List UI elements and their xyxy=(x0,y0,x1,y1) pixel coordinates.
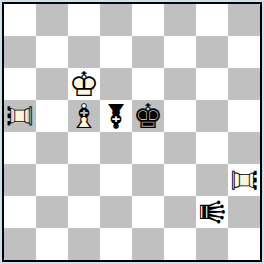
square-h7[interactable] xyxy=(228,36,260,68)
square-a8[interactable] xyxy=(4,4,36,36)
square-b5[interactable] xyxy=(36,100,68,132)
rook-rotated-right-glyph-outline: ♖ xyxy=(228,164,260,196)
square-a4[interactable] xyxy=(4,132,36,164)
square-h8[interactable] xyxy=(228,4,260,36)
square-a6[interactable] xyxy=(4,68,36,100)
piece-black-queen-rotated-right-g2[interactable]: ♛ xyxy=(196,196,228,228)
square-e3[interactable] xyxy=(132,164,164,196)
piece-white-rook-rotated-right-h3[interactable]: ♜♖ xyxy=(228,164,260,196)
square-c4[interactable] xyxy=(68,132,100,164)
square-h6[interactable] xyxy=(228,68,260,100)
square-a3[interactable] xyxy=(4,164,36,196)
square-b1[interactable] xyxy=(36,228,68,260)
square-g1[interactable] xyxy=(196,228,228,260)
square-c5[interactable]: ♝♗ xyxy=(68,100,100,132)
square-h2[interactable] xyxy=(228,196,260,228)
chess-diagram: ♚♔♜♖♝♗♝♚♜♖♛ xyxy=(0,0,264,264)
square-e4[interactable] xyxy=(132,132,164,164)
square-f4[interactable] xyxy=(164,132,196,164)
board-frame: ♚♔♜♖♝♗♝♚♜♖♛ xyxy=(2,2,262,262)
square-f7[interactable] xyxy=(164,36,196,68)
square-c2[interactable] xyxy=(68,196,100,228)
square-a7[interactable] xyxy=(4,36,36,68)
square-c8[interactable] xyxy=(68,4,100,36)
square-f3[interactable] xyxy=(164,164,196,196)
bishop-glyph-outline: ♗ xyxy=(68,100,100,132)
square-g6[interactable] xyxy=(196,68,228,100)
square-e2[interactable] xyxy=(132,196,164,228)
square-c3[interactable] xyxy=(68,164,100,196)
square-h4[interactable] xyxy=(228,132,260,164)
square-d8[interactable] xyxy=(100,4,132,36)
square-g4[interactable] xyxy=(196,132,228,164)
square-g7[interactable] xyxy=(196,36,228,68)
square-c1[interactable] xyxy=(68,228,100,260)
square-f6[interactable] xyxy=(164,68,196,100)
square-d2[interactable] xyxy=(100,196,132,228)
square-h1[interactable] xyxy=(228,228,260,260)
square-f8[interactable] xyxy=(164,4,196,36)
square-g5[interactable] xyxy=(196,100,228,132)
square-d3[interactable] xyxy=(100,164,132,196)
square-a2[interactable] xyxy=(4,196,36,228)
square-d5[interactable]: ♝ xyxy=(100,100,132,132)
piece-white-bishop-c5[interactable]: ♝♗ xyxy=(68,100,100,132)
square-b4[interactable] xyxy=(36,132,68,164)
bishop-inverted-glyph-fill: ♝ xyxy=(100,100,132,132)
square-g8[interactable] xyxy=(196,4,228,36)
square-e8[interactable] xyxy=(132,4,164,36)
square-e1[interactable] xyxy=(132,228,164,260)
piece-white-rook-rotated-left-a5[interactable]: ♜♖ xyxy=(4,100,36,132)
square-b6[interactable] xyxy=(36,68,68,100)
square-g2[interactable]: ♛ xyxy=(196,196,228,228)
square-f5[interactable] xyxy=(164,100,196,132)
piece-black-bishop-inverted-d5[interactable]: ♝ xyxy=(100,100,132,132)
square-e7[interactable] xyxy=(132,36,164,68)
square-b7[interactable] xyxy=(36,36,68,68)
square-d4[interactable] xyxy=(100,132,132,164)
piece-black-king-e5[interactable]: ♚ xyxy=(132,100,164,132)
king-glyph-fill: ♚ xyxy=(132,100,164,132)
square-e5[interactable]: ♚ xyxy=(132,100,164,132)
square-b2[interactable] xyxy=(36,196,68,228)
queen-rotated-right-glyph-fill: ♛ xyxy=(196,196,228,228)
square-d1[interactable] xyxy=(100,228,132,260)
chess-board: ♚♔♜♖♝♗♝♚♜♖♛ xyxy=(4,4,260,260)
square-b8[interactable] xyxy=(36,4,68,36)
square-a1[interactable] xyxy=(4,228,36,260)
square-h3[interactable]: ♜♖ xyxy=(228,164,260,196)
square-a5[interactable]: ♜♖ xyxy=(4,100,36,132)
rook-rotated-left-glyph-outline: ♖ xyxy=(4,100,36,132)
square-d7[interactable] xyxy=(100,36,132,68)
square-h5[interactable] xyxy=(228,100,260,132)
square-f1[interactable] xyxy=(164,228,196,260)
square-b3[interactable] xyxy=(36,164,68,196)
